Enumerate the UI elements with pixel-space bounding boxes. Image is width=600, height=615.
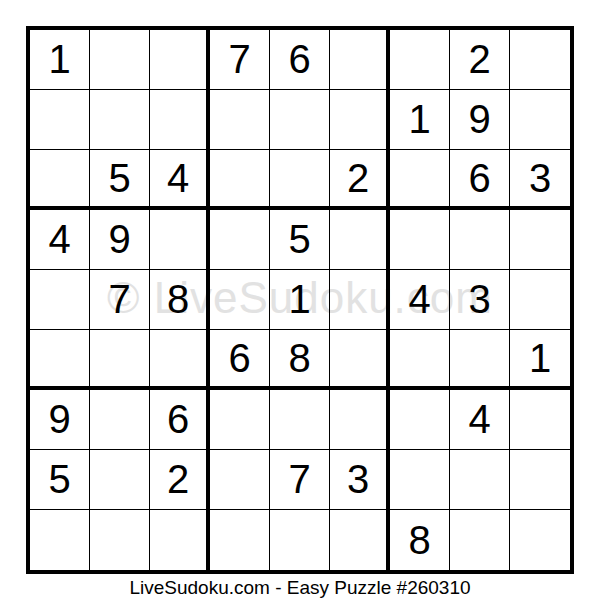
cell-r8c6[interactable]: 3 [330,450,390,510]
cell-r5c4[interactable] [210,270,270,330]
cell-r7c2[interactable] [90,390,150,450]
cell-r5c7[interactable]: 4 [390,270,450,330]
cell-r5c3[interactable]: 8 [150,270,210,330]
cell-r5c2[interactable]: 7 [90,270,150,330]
cell-r5c6[interactable] [330,270,390,330]
sudoku-board-frame: © LiveSudoku.com 17621954263495781436819… [26,26,574,574]
cell-r2c2[interactable] [90,90,150,150]
cell-r1c2[interactable] [90,30,150,90]
cell-r9c9[interactable] [510,510,570,570]
cell-r9c3[interactable] [150,510,210,570]
cell-r7c7[interactable] [390,390,450,450]
cell-r6c8[interactable] [450,330,510,390]
cell-r7c5[interactable] [270,390,330,450]
cell-r8c8[interactable] [450,450,510,510]
cell-r2c8[interactable]: 9 [450,90,510,150]
cell-r9c4[interactable] [210,510,270,570]
cell-r3c5[interactable] [270,150,330,210]
cell-r5c9[interactable] [510,270,570,330]
cell-r6c3[interactable] [150,330,210,390]
cell-r5c8[interactable]: 3 [450,270,510,330]
sudoku-page: © LiveSudoku.com 17621954263495781436819… [0,0,600,615]
cell-r6c4[interactable]: 6 [210,330,270,390]
cell-r6c6[interactable] [330,330,390,390]
cell-r8c1[interactable]: 5 [30,450,90,510]
cell-r3c7[interactable] [390,150,450,210]
cell-r4c4[interactable] [210,210,270,270]
cell-r4c5[interactable]: 5 [270,210,330,270]
cell-r2c9[interactable] [510,90,570,150]
cell-r9c6[interactable] [330,510,390,570]
cell-r7c9[interactable] [510,390,570,450]
caption: LiveSudoku.com - Easy Puzzle #260310 [0,577,600,599]
cell-r2c4[interactable] [210,90,270,150]
cell-r8c7[interactable] [390,450,450,510]
cell-r2c6[interactable] [330,90,390,150]
cell-r4c3[interactable] [150,210,210,270]
cell-r1c5[interactable]: 6 [270,30,330,90]
cell-r8c5[interactable]: 7 [270,450,330,510]
cell-r3c9[interactable]: 3 [510,150,570,210]
cell-r5c1[interactable] [30,270,90,330]
cell-r1c6[interactable] [330,30,390,90]
cell-r9c7[interactable]: 8 [390,510,450,570]
cell-r2c1[interactable] [30,90,90,150]
cell-r8c9[interactable] [510,450,570,510]
cell-r7c3[interactable]: 6 [150,390,210,450]
cell-r3c3[interactable]: 4 [150,150,210,210]
cell-r4c9[interactable] [510,210,570,270]
cell-r3c1[interactable] [30,150,90,210]
cell-r4c7[interactable] [390,210,450,270]
cell-r1c4[interactable]: 7 [210,30,270,90]
sudoku-board: 176219542634957814368196452738 [30,30,570,570]
cell-r1c3[interactable] [150,30,210,90]
cell-r6c1[interactable] [30,330,90,390]
cell-r4c1[interactable]: 4 [30,210,90,270]
cell-r3c4[interactable] [210,150,270,210]
cell-r6c5[interactable]: 8 [270,330,330,390]
cell-r1c7[interactable] [390,30,450,90]
cell-r7c6[interactable] [330,390,390,450]
cell-r4c8[interactable] [450,210,510,270]
cell-r4c6[interactable] [330,210,390,270]
cell-r3c2[interactable]: 5 [90,150,150,210]
cell-r2c7[interactable]: 1 [390,90,450,150]
cell-r3c6[interactable]: 2 [330,150,390,210]
cell-r3c8[interactable]: 6 [450,150,510,210]
cell-r2c5[interactable] [270,90,330,150]
cell-r9c5[interactable] [270,510,330,570]
cell-r8c3[interactable]: 2 [150,450,210,510]
cell-r6c9[interactable]: 1 [510,330,570,390]
cell-r1c9[interactable] [510,30,570,90]
cell-r4c2[interactable]: 9 [90,210,150,270]
cell-r7c4[interactable] [210,390,270,450]
cell-r1c8[interactable]: 2 [450,30,510,90]
cell-r8c2[interactable] [90,450,150,510]
cell-r1c1[interactable]: 1 [30,30,90,90]
cell-r6c2[interactable] [90,330,150,390]
cell-r9c2[interactable] [90,510,150,570]
cell-r2c3[interactable] [150,90,210,150]
cell-r5c5[interactable]: 1 [270,270,330,330]
cell-r7c1[interactable]: 9 [30,390,90,450]
cell-r9c8[interactable] [450,510,510,570]
cell-r7c8[interactable]: 4 [450,390,510,450]
cell-r6c7[interactable] [390,330,450,390]
cell-r8c4[interactable] [210,450,270,510]
cell-r9c1[interactable] [30,510,90,570]
